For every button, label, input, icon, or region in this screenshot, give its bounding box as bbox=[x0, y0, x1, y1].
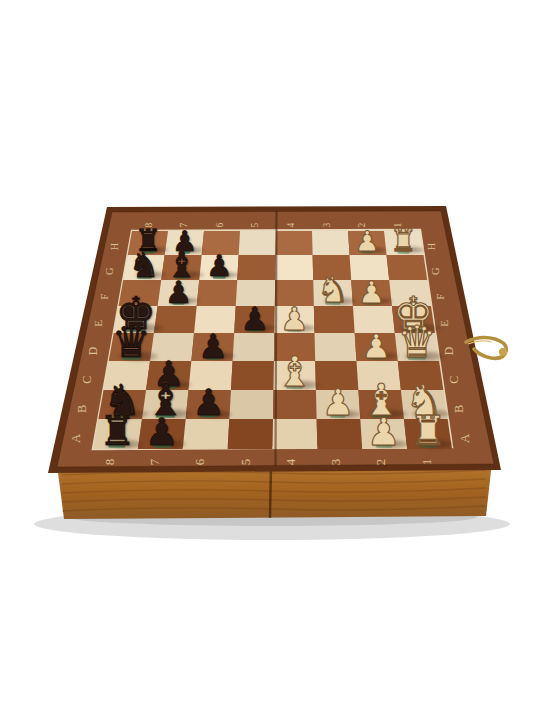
coordinate-letter-right-H: H bbox=[426, 242, 437, 250]
square-f3 bbox=[313, 280, 353, 306]
square-c4 bbox=[273, 361, 315, 390]
chess-set-photo: HHGGFFEEDDCCBBAA8877665544332211 ♜♞♚♛♞♜♟… bbox=[0, 0, 540, 720]
square-g2 bbox=[350, 255, 390, 280]
coordinate-letter-left-F: F bbox=[98, 294, 110, 300]
square-c2 bbox=[356, 361, 400, 390]
square-b6 bbox=[186, 390, 231, 419]
square-d8 bbox=[109, 333, 154, 361]
square-d3 bbox=[315, 333, 357, 361]
square-a2 bbox=[360, 419, 407, 449]
square-h6 bbox=[202, 231, 240, 255]
coordinate-letter-right-C: C bbox=[447, 376, 461, 384]
coordinate-number-front-7: 7 bbox=[147, 458, 162, 465]
coordinate-number-back-2: 2 bbox=[357, 222, 367, 227]
coordinate-letter-right-F: F bbox=[434, 294, 446, 300]
square-a4 bbox=[273, 419, 318, 449]
square-h8 bbox=[128, 231, 168, 255]
square-b3 bbox=[316, 390, 360, 419]
square-d1 bbox=[395, 333, 439, 361]
square-e6 bbox=[194, 306, 236, 333]
coordinate-number-front-3: 3 bbox=[328, 459, 343, 466]
square-a3 bbox=[317, 419, 363, 449]
square-b8 bbox=[98, 390, 146, 419]
square-b4 bbox=[273, 390, 317, 419]
square-h4 bbox=[276, 231, 313, 255]
coordinate-letter-left-A: A bbox=[69, 433, 83, 443]
square-h3 bbox=[312, 231, 350, 255]
coordinate-number-front-4: 4 bbox=[283, 458, 298, 465]
square-d7 bbox=[150, 333, 194, 361]
coordinate-letter-left-H: H bbox=[109, 242, 120, 250]
coordinate-letter-left-B: B bbox=[75, 405, 89, 413]
square-b5 bbox=[229, 390, 273, 419]
coordinate-number-back-7: 7 bbox=[179, 222, 189, 227]
square-c1 bbox=[398, 361, 444, 390]
square-e1 bbox=[392, 306, 435, 333]
chess-board: HHGGFFEEDDCCBBAA8877665544332211 bbox=[0, 0, 540, 720]
square-g4 bbox=[275, 255, 313, 280]
square-a6 bbox=[183, 419, 230, 449]
coordinate-letter-right-G: G bbox=[430, 267, 441, 275]
coordinate-letter-right-D: D bbox=[443, 347, 456, 355]
square-c6 bbox=[189, 361, 233, 390]
square-d5 bbox=[233, 333, 275, 361]
coordinate-number-front-1: 1 bbox=[419, 459, 434, 466]
square-f8 bbox=[119, 280, 162, 306]
coordinate-letter-left-G: G bbox=[104, 267, 115, 275]
square-g1 bbox=[387, 255, 428, 280]
coordinate-letter-right-A: A bbox=[458, 433, 472, 443]
square-d2 bbox=[355, 333, 398, 361]
square-c8 bbox=[104, 361, 150, 390]
square-e4 bbox=[274, 306, 314, 333]
square-a8 bbox=[93, 419, 142, 449]
square-g7 bbox=[161, 255, 201, 280]
square-d6 bbox=[191, 333, 234, 361]
square-g6 bbox=[199, 255, 238, 280]
square-b1 bbox=[401, 390, 448, 419]
coordinate-number-back-3: 3 bbox=[322, 222, 332, 227]
coordinate-letter-left-E: E bbox=[92, 320, 104, 327]
square-g8 bbox=[123, 255, 164, 280]
square-h1 bbox=[384, 231, 424, 255]
coordinate-letter-left-D: D bbox=[87, 347, 100, 355]
square-f1 bbox=[389, 280, 431, 306]
square-e2 bbox=[353, 306, 395, 333]
coordinate-number-front-5: 5 bbox=[238, 459, 253, 466]
coordinate-letter-right-B: B bbox=[453, 405, 467, 413]
square-e3 bbox=[314, 306, 355, 333]
square-h2 bbox=[348, 231, 387, 255]
square-f7 bbox=[158, 280, 200, 306]
square-b2 bbox=[358, 390, 404, 419]
coordinate-number-back-5: 5 bbox=[250, 222, 260, 227]
square-h5 bbox=[239, 231, 276, 255]
square-d4 bbox=[274, 333, 315, 361]
coordinate-number-back-4: 4 bbox=[286, 222, 296, 227]
square-e5 bbox=[234, 306, 275, 333]
coordinate-letter-right-E: E bbox=[438, 320, 450, 327]
square-c7 bbox=[146, 361, 191, 390]
hinge-seam bbox=[276, 211, 277, 466]
coordinate-number-back-8: 8 bbox=[144, 222, 154, 227]
box-front-seam bbox=[270, 464, 271, 518]
coordinate-letter-left-C: C bbox=[80, 376, 94, 384]
square-c5 bbox=[231, 361, 274, 390]
coordinate-number-front-6: 6 bbox=[192, 458, 207, 465]
square-g3 bbox=[313, 255, 352, 280]
square-a1 bbox=[404, 419, 452, 449]
square-e8 bbox=[114, 306, 158, 333]
coordinate-number-back-1: 1 bbox=[393, 222, 403, 227]
square-b7 bbox=[142, 390, 188, 419]
square-f4 bbox=[275, 280, 314, 306]
coordinate-number-front-8: 8 bbox=[102, 459, 117, 466]
square-h7 bbox=[165, 231, 204, 255]
square-e7 bbox=[154, 306, 197, 333]
square-f6 bbox=[197, 280, 238, 306]
square-f2 bbox=[351, 280, 392, 306]
coordinate-number-front-2: 2 bbox=[373, 459, 388, 466]
square-g5 bbox=[237, 255, 275, 280]
square-a7 bbox=[138, 419, 186, 449]
square-a5 bbox=[228, 419, 273, 449]
coordinate-number-back-6: 6 bbox=[215, 222, 225, 227]
square-c3 bbox=[315, 361, 358, 390]
square-f5 bbox=[236, 280, 275, 306]
